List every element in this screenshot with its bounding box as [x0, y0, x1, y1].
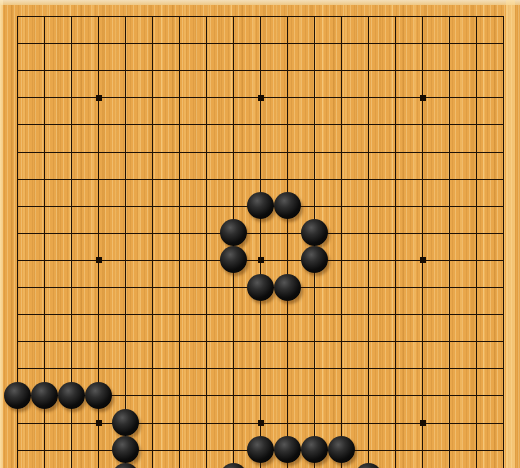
star-point	[420, 420, 426, 426]
grid-line-vertical	[503, 16, 504, 468]
black-stone-N3[interactable]	[328, 436, 355, 463]
star-point	[420, 257, 426, 263]
grid-line-horizontal	[17, 16, 504, 17]
go-board[interactable]	[0, 0, 520, 468]
grid-line-vertical	[125, 16, 126, 468]
grid-line-horizontal	[17, 233, 504, 234]
grid-line-horizontal	[17, 314, 504, 315]
black-stone-E3[interactable]	[112, 436, 139, 463]
board-right-bevel	[506, 0, 515, 468]
grid-line-vertical	[206, 16, 207, 468]
star-point	[258, 95, 264, 101]
black-stone-J11[interactable]	[220, 219, 247, 246]
star-point	[96, 95, 102, 101]
go-app-window	[0, 0, 520, 468]
grid-line-horizontal	[17, 341, 504, 342]
black-stone-E2[interactable]	[112, 463, 139, 468]
black-stone-K12[interactable]	[247, 192, 274, 219]
star-point	[96, 257, 102, 263]
star-point	[258, 420, 264, 426]
grid-line-vertical	[422, 16, 423, 468]
grid-line-horizontal	[17, 152, 504, 153]
grid-line-vertical	[287, 16, 288, 468]
black-stone-B5[interactable]	[31, 382, 58, 409]
black-stone-K3[interactable]	[247, 436, 274, 463]
grid-line-horizontal	[17, 43, 504, 44]
black-stone-J10[interactable]	[220, 246, 247, 273]
black-stone-M11[interactable]	[301, 219, 328, 246]
black-stone-L3[interactable]	[274, 436, 301, 463]
grid-line-vertical	[260, 16, 261, 468]
star-point	[420, 95, 426, 101]
black-stone-C5[interactable]	[58, 382, 85, 409]
grid-line-vertical	[152, 16, 153, 468]
black-stone-M10[interactable]	[301, 246, 328, 273]
grid-line-vertical	[395, 16, 396, 468]
black-stone-O2[interactable]	[355, 463, 382, 468]
grid-line-horizontal	[17, 368, 504, 369]
grid-line-vertical	[476, 16, 477, 468]
black-stone-L9[interactable]	[274, 274, 301, 301]
grid-line-horizontal	[17, 179, 504, 180]
black-stone-J2[interactable]	[220, 463, 247, 468]
black-stone-M3[interactable]	[301, 436, 328, 463]
grid-line-horizontal	[17, 70, 504, 71]
grid-line-vertical	[341, 16, 342, 468]
grid-line-horizontal	[17, 124, 504, 125]
star-point	[96, 420, 102, 426]
black-stone-L12[interactable]	[274, 192, 301, 219]
board-left-bevel	[0, 0, 3, 468]
grid-line-vertical	[449, 16, 450, 468]
black-stone-D5[interactable]	[85, 382, 112, 409]
black-stone-K9[interactable]	[247, 274, 274, 301]
black-stone-A5[interactable]	[4, 382, 31, 409]
grid-line-vertical	[179, 16, 180, 468]
star-point	[258, 257, 264, 263]
board-top-bevel	[0, 0, 520, 5]
grid-line-vertical	[368, 16, 369, 468]
black-stone-E4[interactable]	[112, 409, 139, 436]
